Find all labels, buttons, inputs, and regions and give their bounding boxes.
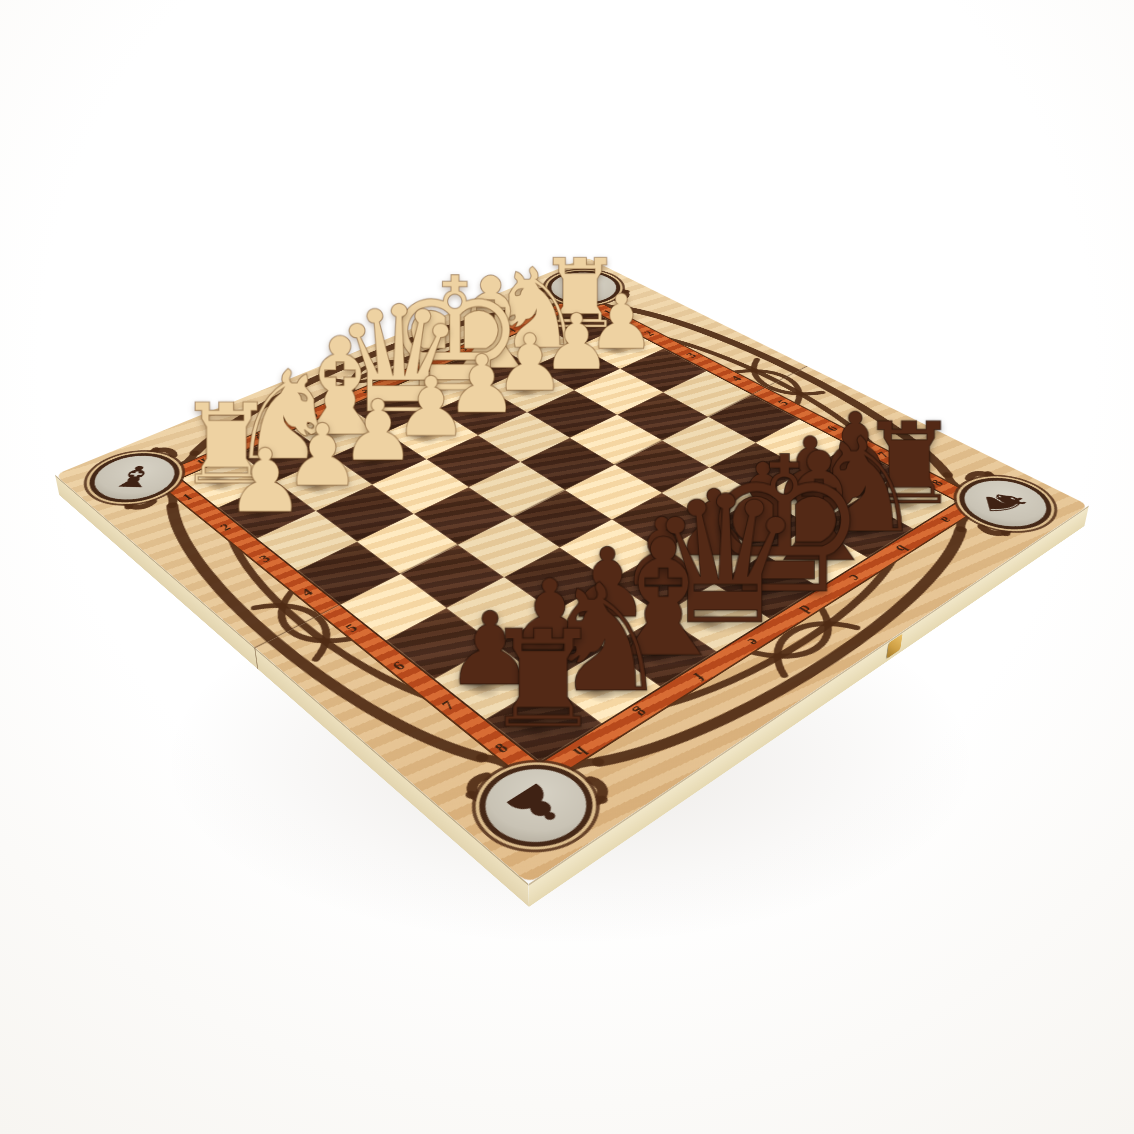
- chess-board: 1122334455667788aabbccddeeffgghh ♞♞♟♝ ♜♞…: [55, 257, 1089, 884]
- knight-icon: ♞: [563, 277, 603, 298]
- photo-stage: 1122334455667788aabbccddeeffgghh ♞♞♟♝ ♜♞…: [0, 0, 1134, 1134]
- scene: 1122334455667788aabbccddeeffgghh ♞♞♟♝ ♜♞…: [0, 0, 1134, 1134]
- bishop-icon: ♝: [105, 462, 164, 492]
